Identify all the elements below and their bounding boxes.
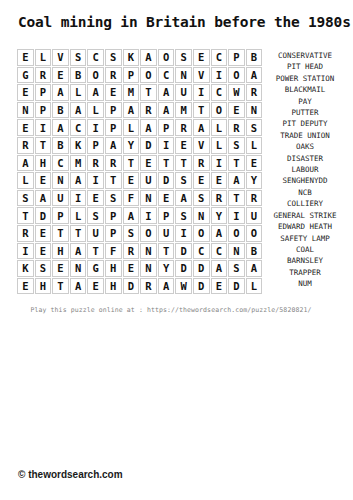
grid-cell[interactable]: A xyxy=(123,207,140,224)
grid-cell[interactable]: H xyxy=(105,278,122,295)
grid-cell[interactable]: E xyxy=(52,260,69,277)
grid-cell[interactable]: E xyxy=(193,49,210,66)
grid-cell[interactable]: D xyxy=(193,260,210,277)
grid-cell[interactable]: A xyxy=(158,102,175,119)
grid-cell[interactable]: I xyxy=(228,207,245,224)
grid-cell[interactable]: D xyxy=(193,278,210,295)
grid-cell[interactable]: R xyxy=(123,243,140,260)
word-list-item: DISASTER xyxy=(260,153,350,164)
grid-cell[interactable]: T xyxy=(158,155,175,172)
grid-cell[interactable]: R xyxy=(228,119,245,136)
grid-cell[interactable]: S xyxy=(17,190,34,207)
grid-cell[interactable]: T xyxy=(17,207,34,224)
word-list-item: TRAPPER xyxy=(260,267,350,278)
grid-cell[interactable]: R xyxy=(17,137,34,154)
grid-cell[interactable]: A xyxy=(140,119,157,136)
grid-cell[interactable]: E xyxy=(87,278,104,295)
grid-cell[interactable]: S xyxy=(87,207,104,224)
grid-cell[interactable]: A xyxy=(158,84,175,101)
grid-cell[interactable]: O xyxy=(158,49,175,66)
grid-cell[interactable]: V xyxy=(52,49,69,66)
grid-cell[interactable]: F xyxy=(105,243,122,260)
word-list-item: CONSERVATIVE xyxy=(260,50,350,61)
grid-cell[interactable]: O xyxy=(211,102,228,119)
grid-cell[interactable]: T xyxy=(228,190,245,207)
grid-cell[interactable]: O xyxy=(193,225,210,242)
grid-cell[interactable]: K xyxy=(123,49,140,66)
grid-cell[interactable]: V xyxy=(193,137,210,154)
grid-cell[interactable]: C xyxy=(52,155,69,172)
word-search-page: Coal mining in Britain before the 1980s … xyxy=(0,0,353,500)
grid-cell[interactable]: A xyxy=(175,190,192,207)
grid-cell[interactable]: A xyxy=(228,172,245,189)
grid-cell[interactable]: W xyxy=(228,84,245,101)
grid-cell[interactable]: S xyxy=(175,207,192,224)
grid-cell[interactable]: S xyxy=(228,137,245,154)
grid-cell[interactable]: Y xyxy=(123,137,140,154)
grid-cell[interactable]: C xyxy=(158,67,175,84)
grid-cell[interactable]: M xyxy=(175,102,192,119)
grid-cell[interactable]: C xyxy=(211,49,228,66)
word-list-item: COLLIERY xyxy=(260,198,350,209)
grid-cell[interactable]: V xyxy=(193,67,210,84)
word-list-item: SENGHENYDD xyxy=(260,175,350,186)
grid-cell[interactable]: E xyxy=(211,172,228,189)
grid-cell[interactable]: E xyxy=(87,190,104,207)
grid-cell[interactable]: A xyxy=(17,155,34,172)
word-list-item: OAKS xyxy=(260,141,350,152)
word-list-item: PUTTER xyxy=(260,107,350,118)
grid-cell[interactable]: P xyxy=(52,207,69,224)
grid-cell[interactable]: G xyxy=(87,260,104,277)
grid-cell[interactable]: E xyxy=(105,84,122,101)
grid-cell[interactable]: I xyxy=(140,207,157,224)
grid-cell[interactable]: P xyxy=(105,207,122,224)
grid-cell[interactable]: A xyxy=(193,119,210,136)
grid-cell[interactable]: R xyxy=(105,67,122,84)
grid-cell[interactable]: U xyxy=(52,190,69,207)
grid-cell[interactable]: C xyxy=(87,49,104,66)
grid-cell[interactable]: T xyxy=(35,137,52,154)
grid-cell[interactable]: T xyxy=(158,243,175,260)
grid-cell[interactable]: A xyxy=(35,190,52,207)
grid-cell[interactable]: T xyxy=(175,155,192,172)
grid-cell[interactable]: I xyxy=(35,119,52,136)
grid-cell[interactable]: S xyxy=(70,49,87,66)
grid-cell[interactable]: Y xyxy=(211,207,228,224)
grid-cell[interactable]: U xyxy=(158,225,175,242)
grid-cell[interactable]: I xyxy=(87,119,104,136)
puzzle-title: Coal mining in Britain before the 1980s xyxy=(18,13,351,33)
grid-cell[interactable]: H xyxy=(35,155,52,172)
grid-cell[interactable]: C xyxy=(211,243,228,260)
grid-cell[interactable]: P xyxy=(158,207,175,224)
grid-cell[interactable]: E xyxy=(17,119,34,136)
grid-cell[interactable]: C xyxy=(70,119,87,136)
grid-cell[interactable]: P xyxy=(105,119,122,136)
grid-cell[interactable]: D xyxy=(158,172,175,189)
word-list-item: TRADE UNION xyxy=(260,130,350,141)
grid-cell[interactable]: I xyxy=(211,67,228,84)
grid-cell[interactable]: S xyxy=(175,172,192,189)
word-list-item: BARNSLEY xyxy=(260,255,350,266)
grid-cell[interactable]: A xyxy=(140,49,157,66)
grid-cell[interactable]: I xyxy=(158,137,175,154)
grid-cell[interactable]: D xyxy=(175,243,192,260)
grid-cell[interactable]: D xyxy=(175,260,192,277)
grid-cell[interactable]: S xyxy=(105,190,122,207)
grid-cell[interactable]: A xyxy=(52,119,69,136)
grid-cell[interactable]: B xyxy=(52,137,69,154)
grid-cell[interactable]: R xyxy=(193,155,210,172)
grid-cell[interactable]: I xyxy=(175,225,192,242)
grid-cell[interactable]: E xyxy=(17,49,34,66)
grid-cell[interactable]: R xyxy=(140,278,157,295)
grid-cell[interactable]: L xyxy=(17,172,34,189)
grid-cell[interactable]: L xyxy=(211,119,228,136)
letter-grid: ELVSCSKAOSECPBGREBORPOCNVIOAEPALAEMTAUIC… xyxy=(17,49,262,294)
word-list-item: POWER STATION xyxy=(260,73,350,84)
grid-cell[interactable]: I xyxy=(17,243,34,260)
grid-cell[interactable]: P xyxy=(87,137,104,154)
grid-cell[interactable]: A xyxy=(70,172,87,189)
grid-cell[interactable]: I xyxy=(211,155,228,172)
word-list-item: COAL xyxy=(260,244,350,255)
grid-cell[interactable]: E xyxy=(193,172,210,189)
grid-cell[interactable]: A xyxy=(158,278,175,295)
grid-cell[interactable]: T xyxy=(123,155,140,172)
grid-cell[interactable]: T xyxy=(87,243,104,260)
grid-cell[interactable]: G xyxy=(17,67,34,84)
grid-cell[interactable]: T xyxy=(52,278,69,295)
grid-cell[interactable]: P xyxy=(105,102,122,119)
word-list-item: BLACKMAIL xyxy=(260,84,350,95)
grid-cell[interactable]: P xyxy=(35,84,52,101)
word-list-item: NUM xyxy=(260,278,350,289)
grid-cell[interactable]: M xyxy=(123,84,140,101)
grid-cell[interactable]: R xyxy=(175,119,192,136)
word-list: CONSERVATIVEPIT HEADPOWER STATIONBLACKMA… xyxy=(260,50,350,290)
grid-cell[interactable]: D xyxy=(35,207,52,224)
grid-cell[interactable]: O xyxy=(228,67,245,84)
grid-cell[interactable]: K xyxy=(17,260,34,277)
grid-cell[interactable]: P xyxy=(105,225,122,242)
puzzle-url-text[interactable]: Play this puzzle online at : https://the… xyxy=(0,306,342,315)
grid-cell[interactable]: S xyxy=(228,260,245,277)
grid-cell[interactable]: R xyxy=(17,225,34,242)
grid-cell[interactable]: L xyxy=(70,207,87,224)
grid-cell[interactable]: N xyxy=(52,172,69,189)
grid-cell[interactable]: N xyxy=(140,190,157,207)
grid-cell[interactable]: A xyxy=(211,260,228,277)
grid-cell[interactable]: E xyxy=(35,225,52,242)
grid-cell[interactable]: T xyxy=(105,172,122,189)
grid-cell[interactable]: P xyxy=(123,67,140,84)
grid-cell[interactable]: W xyxy=(175,278,192,295)
grid-cell[interactable]: P xyxy=(35,102,52,119)
word-list-item: EDWARD HEATH xyxy=(260,221,350,232)
grid-cell[interactable]: E xyxy=(158,190,175,207)
grid-cell[interactable]: D xyxy=(140,137,157,154)
grid-cell[interactable]: E xyxy=(123,172,140,189)
grid-cell[interactable]: I xyxy=(87,172,104,189)
grid-cell[interactable]: E xyxy=(140,155,157,172)
grid-cell[interactable]: B xyxy=(70,67,87,84)
grid-cell[interactable]: O xyxy=(87,67,104,84)
grid-cell[interactable]: L xyxy=(35,49,52,66)
grid-cell[interactable]: S xyxy=(123,225,140,242)
grid-cell[interactable]: E xyxy=(211,278,228,295)
grid-cell[interactable]: T xyxy=(193,102,210,119)
grid-cell[interactable]: T xyxy=(70,225,87,242)
grid-cell[interactable]: C xyxy=(211,84,228,101)
grid-cell[interactable]: C xyxy=(193,243,210,260)
grid-cell[interactable]: E xyxy=(123,260,140,277)
grid-cell[interactable]: L xyxy=(211,137,228,154)
grid-cell[interactable]: U xyxy=(175,84,192,101)
grid-cell[interactable]: K xyxy=(70,137,87,154)
grid-cell[interactable]: A xyxy=(211,225,228,242)
copyright-text: © thewordsearch.com xyxy=(18,469,123,481)
grid-cell[interactable]: R xyxy=(87,155,104,172)
grid-cell[interactable]: A xyxy=(70,102,87,119)
grid-cell[interactable]: O xyxy=(140,225,157,242)
grid-cell[interactable]: F xyxy=(123,190,140,207)
grid-cell[interactable]: N xyxy=(175,67,192,84)
grid-cell[interactable]: A xyxy=(123,102,140,119)
word-list-item: LABOUR xyxy=(260,164,350,175)
grid-cell[interactable]: R xyxy=(105,155,122,172)
grid-cell[interactable]: N xyxy=(140,243,157,260)
grid-cell[interactable]: N xyxy=(17,102,34,119)
grid-cell[interactable]: E xyxy=(35,243,52,260)
grid-cell[interactable]: P xyxy=(228,49,245,66)
grid-cell[interactable]: D xyxy=(123,278,140,295)
grid-cell[interactable]: E xyxy=(52,67,69,84)
grid-cell[interactable]: T xyxy=(52,225,69,242)
word-list-item: PIT HEAD xyxy=(260,61,350,72)
grid-cell[interactable]: R xyxy=(211,190,228,207)
grid-cell[interactable]: Y xyxy=(158,260,175,277)
grid-cell[interactable]: B xyxy=(52,102,69,119)
word-list-item: PAY xyxy=(260,96,350,107)
grid-cell[interactable]: A xyxy=(70,278,87,295)
grid-cell[interactable]: O xyxy=(140,67,157,84)
grid-cell[interactable]: T xyxy=(228,155,245,172)
grid-cell[interactable]: R xyxy=(35,67,52,84)
grid-cell[interactable]: H xyxy=(105,260,122,277)
grid-cell[interactable]: T xyxy=(140,84,157,101)
word-list-item: PIT DEPUTY xyxy=(260,118,350,129)
grid-cell[interactable]: I xyxy=(70,190,87,207)
grid-cell[interactable]: A xyxy=(87,84,104,101)
grid-cell[interactable]: H xyxy=(35,278,52,295)
grid-cell[interactable]: L xyxy=(87,102,104,119)
grid-cell[interactable]: A xyxy=(105,137,122,154)
grid-cell[interactable]: U xyxy=(140,172,157,189)
grid-cell[interactable]: P xyxy=(158,119,175,136)
grid-cell[interactable]: U xyxy=(87,225,104,242)
grid-cell[interactable]: L xyxy=(70,84,87,101)
word-list-item: SAFETY LAMP xyxy=(260,233,350,244)
grid-cell[interactable]: S xyxy=(193,190,210,207)
grid-cell[interactable]: I xyxy=(193,84,210,101)
grid-cell[interactable]: E xyxy=(35,172,52,189)
grid-cell[interactable]: A xyxy=(70,243,87,260)
grid-cell[interactable]: N xyxy=(140,260,157,277)
grid-cell[interactable]: S xyxy=(35,260,52,277)
grid-cell[interactable]: S xyxy=(175,49,192,66)
grid-cell[interactable]: E xyxy=(17,84,34,101)
grid-cell[interactable]: O xyxy=(228,225,245,242)
grid-cell[interactable]: R xyxy=(140,102,157,119)
word-list-item: NCB xyxy=(260,187,350,198)
grid-cell[interactable]: E xyxy=(175,137,192,154)
grid-cell[interactable]: H xyxy=(52,243,69,260)
grid-cell[interactable]: E xyxy=(228,102,245,119)
grid-cell[interactable]: E xyxy=(17,278,34,295)
grid-cell[interactable]: N xyxy=(70,260,87,277)
grid-cell[interactable]: N xyxy=(193,207,210,224)
word-list-item: GENERAL STRIKE xyxy=(260,210,350,221)
grid-cell[interactable]: D xyxy=(228,278,245,295)
grid-cell[interactable]: A xyxy=(52,84,69,101)
grid-cell[interactable]: N xyxy=(228,243,245,260)
grid-cell[interactable]: L xyxy=(123,119,140,136)
grid-cell[interactable]: M xyxy=(70,155,87,172)
grid-cell[interactable]: S xyxy=(105,49,122,66)
